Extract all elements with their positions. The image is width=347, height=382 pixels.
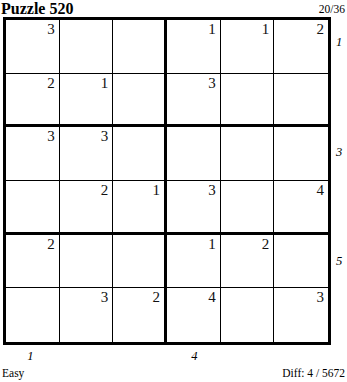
given-digit: 2	[262, 236, 270, 253]
given-digit: 3	[208, 182, 216, 199]
cell-r1c5: 1	[221, 20, 275, 74]
cell-r1c6: 2	[274, 20, 328, 74]
cell-r5c2	[60, 235, 114, 289]
cell-r1c2	[60, 20, 114, 74]
cell-r6c1	[6, 288, 60, 342]
given-digit: 3	[317, 289, 325, 306]
cell-r4c4: 3	[167, 181, 221, 235]
cell-r5c3	[113, 235, 167, 289]
cell-r3c4	[167, 127, 221, 181]
given-digit: 2	[317, 21, 325, 38]
cell-r4c5	[221, 181, 275, 235]
given-digit: 3	[47, 21, 55, 38]
clue-counter: 20/36	[319, 3, 345, 15]
cell-r4c3: 1	[113, 181, 167, 235]
given-digit: 1	[153, 182, 161, 199]
cell-r6c5	[221, 288, 275, 342]
given-digit: 4	[317, 182, 325, 199]
puzzle-board: 31122133321342123243	[3, 17, 331, 345]
cell-r2c5	[221, 74, 275, 128]
cell-r5c4: 1	[167, 235, 221, 289]
row-coordinate-label-1: 1	[336, 36, 342, 50]
cell-r3c3	[113, 127, 167, 181]
cell-r4c6: 4	[274, 181, 328, 235]
page-title: Puzzle 520	[1, 0, 73, 18]
cell-r6c4: 4	[167, 288, 221, 342]
col-coordinate-label-1: 1	[27, 350, 33, 364]
given-digit: 1	[208, 236, 216, 253]
puzzle-page: Puzzle 520 20/36 31122133321342123243 13…	[0, 0, 347, 382]
cell-r2c1: 2	[6, 74, 60, 128]
cell-r1c4: 1	[167, 20, 221, 74]
cell-r2c3	[113, 74, 167, 128]
given-digit: 3	[47, 128, 55, 145]
cell-r6c2: 3	[60, 288, 114, 342]
cell-r1c3	[113, 20, 167, 74]
given-digit: 1	[208, 21, 216, 38]
difficulty-label: Easy	[2, 367, 24, 379]
cell-r4c2: 2	[60, 181, 114, 235]
given-digit: 2	[47, 236, 55, 253]
given-digit: 2	[153, 289, 161, 306]
cell-r6c3: 2	[113, 288, 167, 342]
cell-r6c6: 3	[274, 288, 328, 342]
cell-r3c6	[274, 127, 328, 181]
row-coordinate-label-5: 5	[336, 255, 342, 269]
cell-r5c5: 2	[221, 235, 275, 289]
given-digit: 3	[101, 128, 109, 145]
cell-r5c1: 2	[6, 235, 60, 289]
given-digit: 2	[47, 75, 55, 92]
cell-r2c6	[274, 74, 328, 128]
cell-r1c1: 3	[6, 20, 60, 74]
row-coordinate-label-3: 3	[336, 146, 342, 160]
given-digit: 2	[101, 182, 109, 199]
given-digit: 1	[101, 75, 109, 92]
cell-r3c1: 3	[6, 127, 60, 181]
col-coordinate-label-4: 4	[191, 350, 197, 364]
given-digit: 1	[262, 21, 270, 38]
given-digit: 4	[208, 289, 216, 306]
given-digit: 3	[208, 75, 216, 92]
cell-r2c2: 1	[60, 74, 114, 128]
cell-r3c2: 3	[60, 127, 114, 181]
given-digit: 3	[101, 289, 109, 306]
cell-r2c4: 3	[167, 74, 221, 128]
difficulty-stat: Diff: 4 / 5672	[282, 367, 345, 379]
cell-r5c6	[274, 235, 328, 289]
cell-r4c1	[6, 181, 60, 235]
cell-r3c5	[221, 127, 275, 181]
